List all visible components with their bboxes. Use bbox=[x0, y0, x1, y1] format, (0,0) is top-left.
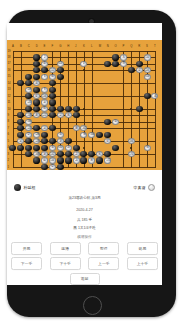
black-stone bbox=[65, 157, 72, 163]
back-button[interactable]: 返回 bbox=[70, 273, 100, 285]
move-number: 116 bbox=[145, 69, 148, 72]
white-stone: 156 bbox=[41, 93, 48, 99]
move-number: 62 bbox=[51, 166, 53, 169]
black-stone bbox=[65, 138, 72, 144]
black-stone-icon bbox=[14, 184, 21, 191]
home-button[interactable] bbox=[83, 296, 102, 315]
white-stone: 88 bbox=[73, 125, 80, 131]
black-stone bbox=[80, 157, 87, 163]
white-stone: 16 bbox=[57, 132, 64, 138]
white-stone: 76 bbox=[120, 54, 127, 60]
white-stone: 12 bbox=[57, 112, 64, 118]
black-stone bbox=[33, 54, 40, 60]
black-stone bbox=[25, 80, 32, 86]
white-stone: 134 bbox=[49, 157, 56, 163]
white-stone: 78 bbox=[120, 61, 127, 67]
black-stone bbox=[41, 67, 48, 73]
black-stone bbox=[80, 151, 87, 157]
white-stone: 94 bbox=[144, 145, 151, 151]
black-stone bbox=[57, 164, 64, 170]
white-stone: 130 bbox=[57, 145, 64, 151]
move-number: 20 bbox=[67, 146, 69, 149]
black-stone bbox=[33, 74, 40, 80]
move-number: 46 bbox=[154, 95, 156, 98]
white-stone: 14 bbox=[41, 125, 48, 131]
move-number: 120 bbox=[27, 101, 30, 104]
black-stone bbox=[49, 93, 56, 99]
move-number: 164 bbox=[90, 133, 93, 136]
move-number: 132 bbox=[51, 153, 54, 156]
black-stone bbox=[41, 164, 48, 170]
control-button-r1-1[interactable]: 开局 bbox=[11, 242, 42, 255]
move-number: 58 bbox=[43, 153, 45, 156]
move-number: 128 bbox=[35, 140, 38, 143]
move-number: 134 bbox=[51, 159, 54, 162]
white-stone: 24 bbox=[73, 157, 80, 163]
game-result: 黑 1又1/4子胜 bbox=[7, 226, 162, 231]
move-number: 6 bbox=[44, 75, 45, 78]
black-stone bbox=[17, 80, 24, 86]
move-number: 86 bbox=[67, 114, 69, 117]
white-stone: 8 bbox=[41, 87, 48, 93]
white-stone: 98 bbox=[88, 157, 95, 163]
white-stone-icon bbox=[148, 184, 155, 191]
white-player: 申真谞 bbox=[134, 184, 156, 191]
white-stone: 160 bbox=[25, 119, 32, 125]
move-number: 18 bbox=[59, 140, 61, 143]
black-stone bbox=[33, 125, 40, 131]
move-number: 90 bbox=[83, 133, 85, 136]
black-stone bbox=[25, 93, 32, 99]
black-stone bbox=[17, 125, 24, 131]
white-stone: 18 bbox=[57, 138, 64, 144]
control-button-r1-2[interactable]: 连播 bbox=[50, 242, 81, 255]
white-stone: 2 bbox=[41, 54, 48, 60]
move-number: 84 bbox=[43, 108, 45, 111]
move-number: 48 bbox=[35, 114, 37, 117]
white-stone: 170 bbox=[128, 151, 135, 157]
black-stone bbox=[57, 106, 64, 112]
black-stone bbox=[17, 119, 24, 125]
black-stone bbox=[49, 125, 56, 131]
black-stone bbox=[57, 67, 64, 73]
move-number: 88 bbox=[75, 127, 77, 130]
move-number: 50 bbox=[114, 121, 116, 124]
status-bar bbox=[7, 23, 162, 40]
move-number: 156 bbox=[43, 95, 46, 98]
white-player-name: 申真谞 bbox=[134, 185, 146, 190]
move-number: 154 bbox=[145, 75, 148, 78]
move-number: 56 bbox=[51, 146, 53, 149]
black-stone bbox=[49, 106, 56, 112]
move-number: 24 bbox=[75, 159, 77, 162]
white-stone: 166 bbox=[128, 138, 135, 144]
black-stone bbox=[128, 67, 135, 73]
black-stone bbox=[112, 61, 119, 67]
black-stone bbox=[33, 67, 40, 73]
move-number: 78 bbox=[122, 63, 124, 66]
black-stone bbox=[17, 145, 24, 151]
white-stone: 50 bbox=[112, 119, 119, 125]
stones-layer: 2761504011447815242116680154441188821564… bbox=[9, 48, 159, 170]
black-stone bbox=[112, 145, 119, 151]
black-stone bbox=[17, 112, 24, 118]
black-stone bbox=[41, 138, 48, 144]
white-stone: 80 bbox=[49, 74, 56, 80]
white-stone: 6 bbox=[41, 74, 48, 80]
control-row-2: 下一手下十手上一手上十手 bbox=[11, 257, 158, 270]
move-number: 16 bbox=[59, 133, 61, 136]
move-number: 96 bbox=[99, 153, 101, 156]
white-stone: 172 bbox=[104, 157, 111, 163]
black-stone bbox=[136, 61, 143, 67]
black-stone bbox=[65, 106, 72, 112]
white-stone: 120 bbox=[25, 99, 32, 105]
move-number: 42 bbox=[138, 69, 140, 72]
black-stone bbox=[49, 112, 56, 118]
black-stone bbox=[25, 74, 32, 80]
move-number: 22 bbox=[75, 153, 77, 156]
white-stone: 154 bbox=[144, 74, 151, 80]
move-number: 126 bbox=[35, 133, 38, 136]
white-stone: 58 bbox=[41, 151, 48, 157]
black-stone bbox=[41, 145, 48, 151]
move-count: 共 185 手 bbox=[7, 218, 162, 223]
white-stone: 44 bbox=[33, 80, 40, 86]
white-stone: 46 bbox=[151, 93, 158, 99]
white-stone: 86 bbox=[65, 112, 72, 118]
black-player-name: 朴廷桓 bbox=[24, 185, 36, 190]
move-number: 80 bbox=[51, 75, 53, 78]
move-number: 166 bbox=[130, 140, 133, 143]
black-stone bbox=[104, 132, 111, 138]
black-stone bbox=[104, 151, 111, 157]
black-stone bbox=[33, 99, 40, 105]
black-stone bbox=[73, 112, 80, 118]
white-stone: 158 bbox=[25, 112, 32, 118]
black-stone bbox=[41, 132, 48, 138]
white-stone: 114 bbox=[57, 61, 64, 67]
black-stone bbox=[33, 61, 40, 67]
black-stone bbox=[33, 106, 40, 112]
move-number: 92 bbox=[106, 140, 108, 143]
white-stone: 168 bbox=[33, 151, 40, 157]
black-stone bbox=[57, 74, 64, 80]
black-stone bbox=[96, 157, 103, 163]
white-stone: 132 bbox=[49, 151, 56, 157]
move-number: 94 bbox=[146, 146, 148, 149]
game-date: 2020-4-27 bbox=[7, 208, 162, 213]
black-player: 朴廷桓 bbox=[14, 184, 36, 191]
black-stone bbox=[49, 138, 56, 144]
screen: ABCDEFGHJKLMNOPQRST191817161514131211109… bbox=[7, 23, 162, 285]
white-stone: 126 bbox=[33, 132, 40, 138]
black-stone bbox=[73, 106, 80, 112]
move-number: 170 bbox=[130, 153, 133, 156]
move-number: 12 bbox=[59, 114, 61, 117]
move-number: 172 bbox=[106, 159, 109, 162]
white-stone: 42 bbox=[136, 67, 143, 73]
move-number: 168 bbox=[35, 153, 38, 156]
black-stone bbox=[33, 87, 40, 93]
control-button-r2-1[interactable]: 下一手 bbox=[11, 257, 42, 270]
move-number: 122 bbox=[43, 114, 46, 117]
white-stone: 56 bbox=[49, 145, 56, 151]
black-stone bbox=[25, 106, 32, 112]
control-button-r2-2[interactable]: 下十手 bbox=[50, 257, 81, 270]
section-title: 棋谱操作 bbox=[7, 235, 162, 240]
black-stone bbox=[33, 145, 40, 151]
black-stone bbox=[104, 61, 111, 67]
white-stone: 22 bbox=[73, 151, 80, 157]
move-number: 150 bbox=[145, 56, 148, 59]
white-stone: 162 bbox=[80, 125, 87, 131]
control-button-r2-4[interactable]: 上十手 bbox=[127, 257, 158, 270]
control-row-1: 开局连播暂停终局 bbox=[11, 242, 158, 255]
black-stone bbox=[88, 151, 95, 157]
white-stone: 96 bbox=[96, 151, 103, 157]
move-number: 52 bbox=[28, 133, 30, 136]
back-wrap: 返回 bbox=[7, 273, 162, 285]
move-number: 2 bbox=[44, 56, 45, 59]
white-stone: 84 bbox=[41, 106, 48, 112]
black-stone bbox=[33, 157, 40, 163]
move-number: 130 bbox=[59, 146, 62, 149]
move-number: 14 bbox=[43, 127, 45, 130]
move-number: 124 bbox=[27, 127, 30, 130]
move-number: 82 bbox=[35, 95, 37, 98]
white-stone: 150 bbox=[144, 54, 151, 60]
move-number: 152 bbox=[51, 69, 54, 72]
move-number: 98 bbox=[91, 159, 93, 162]
control-button-r2-3[interactable]: 上一手 bbox=[88, 257, 119, 270]
black-stone bbox=[136, 106, 143, 112]
move-number: 158 bbox=[27, 114, 30, 117]
move-number: 76 bbox=[122, 56, 124, 59]
white-stone: 60 bbox=[41, 157, 48, 163]
white-stone: 48 bbox=[33, 112, 40, 118]
black-stone bbox=[49, 80, 56, 86]
event-title: 第23届农心杯,第3局 bbox=[7, 196, 162, 201]
white-stone: 128 bbox=[33, 138, 40, 144]
black-stone bbox=[25, 151, 32, 157]
move-number: 118 bbox=[27, 88, 30, 91]
white-stone: 90 bbox=[80, 132, 87, 138]
black-stone bbox=[65, 151, 72, 157]
move-number: 8 bbox=[44, 88, 45, 91]
move-number: 162 bbox=[82, 127, 85, 130]
white-stone: 62 bbox=[49, 164, 56, 170]
black-stone bbox=[17, 132, 24, 138]
move-number: 40 bbox=[43, 63, 45, 66]
black-stone bbox=[96, 132, 103, 138]
white-stone: 20 bbox=[65, 145, 72, 151]
white-stone: 40 bbox=[41, 61, 48, 67]
white-stone: 10 bbox=[41, 99, 48, 105]
white-stone: 122 bbox=[41, 112, 48, 118]
white-stone: 82 bbox=[33, 93, 40, 99]
black-stone bbox=[9, 145, 16, 151]
white-stone: 118 bbox=[25, 87, 32, 93]
go-board[interactable]: ABCDEFGHJKLMNOPQRST191817161514131211109… bbox=[7, 40, 162, 170]
move-number: 44 bbox=[35, 82, 37, 85]
move-number: 10 bbox=[43, 101, 45, 104]
black-stone bbox=[57, 151, 64, 157]
control-button-r1-4[interactable]: 终局 bbox=[127, 242, 158, 255]
white-stone: 92 bbox=[104, 138, 111, 144]
move-number: 4 bbox=[83, 63, 84, 66]
move-number: 114 bbox=[59, 63, 62, 66]
move-number: 60 bbox=[43, 159, 45, 162]
black-stone bbox=[25, 145, 32, 151]
black-stone bbox=[25, 138, 32, 144]
white-stone: 124 bbox=[25, 125, 32, 131]
move-number: 54 bbox=[20, 140, 22, 143]
white-stone: 116 bbox=[144, 67, 151, 73]
white-stone: 152 bbox=[49, 67, 56, 73]
black-stone bbox=[49, 99, 56, 105]
black-stone bbox=[49, 87, 56, 93]
player-bar: 朴廷桓 申真谞 bbox=[7, 181, 162, 194]
control-button-r1-3[interactable]: 暂停 bbox=[88, 242, 119, 255]
black-stone bbox=[112, 54, 119, 60]
black-stone bbox=[57, 157, 64, 163]
black-stone bbox=[73, 145, 80, 151]
black-stone bbox=[104, 119, 111, 125]
white-stone: 54 bbox=[17, 138, 24, 144]
white-stone: 52 bbox=[25, 132, 32, 138]
white-stone: 4 bbox=[80, 61, 87, 67]
white-stone: 164 bbox=[88, 132, 95, 138]
black-stone bbox=[144, 93, 151, 99]
move-number: 160 bbox=[27, 121, 30, 124]
